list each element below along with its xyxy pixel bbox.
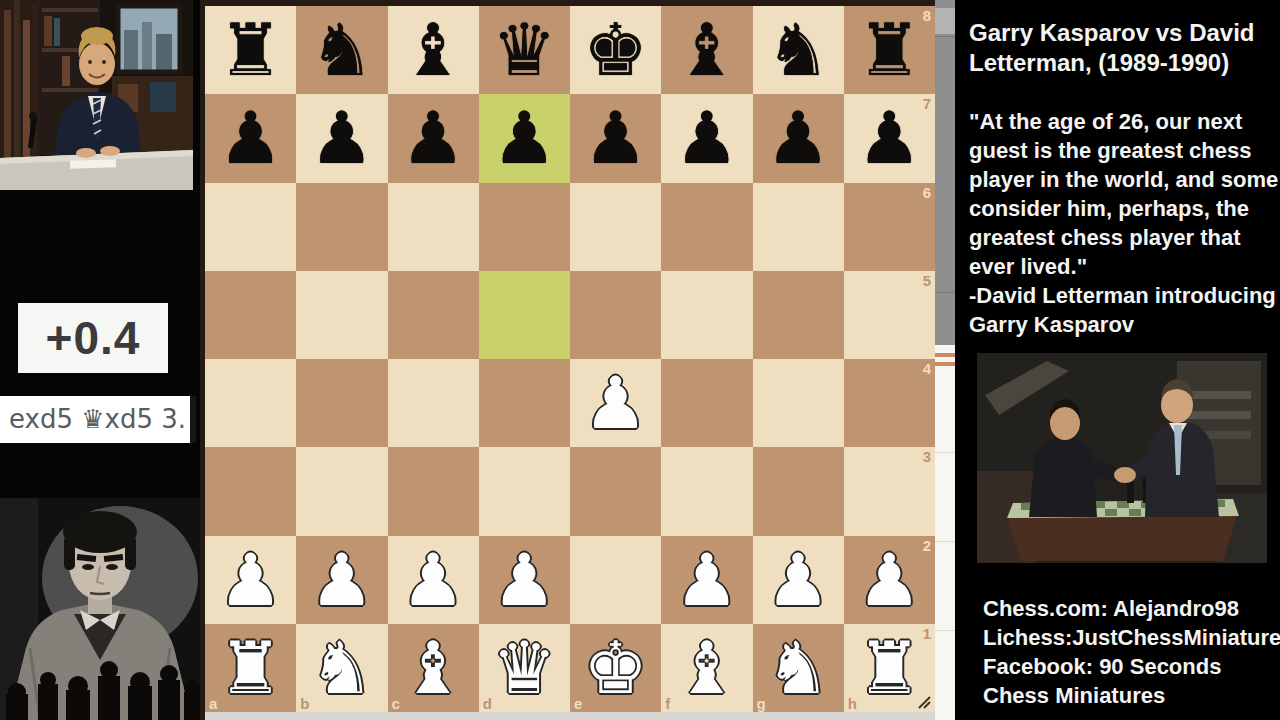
square-d8[interactable]: ♛ [479,6,570,94]
square-a8[interactable]: ♜ [205,6,296,94]
square-a2[interactable]: ♟ [205,536,296,624]
handshake-photo [977,353,1267,563]
square-e8[interactable]: ♚ [570,6,661,94]
movelist-row-line [935,452,955,453]
square-c7[interactable]: ♟ [388,94,479,182]
square-h2[interactable]: ♟2 [844,536,935,624]
square-f8[interactable]: ♝ [661,6,752,94]
square-d5[interactable] [479,271,570,359]
square-g5[interactable] [753,271,844,359]
square-g8[interactable]: ♞ [753,6,844,94]
square-a6[interactable] [205,183,296,271]
letterman-photo-art [0,0,193,190]
black-pawn-h7: ♟ [857,102,922,174]
movelist-highlight-line [935,353,955,357]
board-area: ♜♞♝♛♚♝♞♜8♟♟♟♟♟♟♟♟765♟43♟♟♟♟♟♟♟2♜a♞b♝c♛d♚… [200,0,935,720]
square-a5[interactable] [205,271,296,359]
kasparov-photo [0,498,200,720]
white-knight-g1: ♞ [766,632,831,704]
square-e5[interactable] [570,271,661,359]
black-pawn-f7: ♟ [675,102,740,174]
square-f5[interactable] [661,271,752,359]
square-d2[interactable]: ♟ [479,536,570,624]
white-knight-b1: ♞ [310,632,375,704]
file-label-b: b [300,695,309,712]
white-pawn-b2: ♟ [310,544,375,616]
square-b6[interactable] [296,183,387,271]
square-d7[interactable]: ♟ [479,94,570,182]
rank-label-7: 7 [923,95,931,112]
square-a1[interactable]: ♜a [205,624,296,712]
square-c3[interactable] [388,447,479,535]
white-pawn-d2: ♟ [492,544,557,616]
black-pawn-b7: ♟ [310,102,375,174]
black-pawn-g7: ♟ [766,102,831,174]
scrollbar-seam [935,36,955,37]
movelist-highlight-line [935,362,955,366]
black-pawn-d7: ♟ [492,102,557,174]
square-h3[interactable]: 3 [844,447,935,535]
white-pawn-c2: ♟ [401,544,466,616]
black-king-e8: ♚ [583,14,648,86]
info-panel: Garry Kasparov vs David Letterman, (1989… [955,0,1280,720]
white-pawn-g2: ♟ [766,544,831,616]
square-c4[interactable] [388,359,479,447]
match-title: Garry Kasparov vs David Letterman, (1989… [969,18,1254,78]
square-d6[interactable] [479,183,570,271]
square-e2[interactable] [570,536,661,624]
movelist-row-line [935,630,955,631]
square-b1[interactable]: ♞b [296,624,387,712]
black-pawn-a7: ♟ [218,102,283,174]
square-g7[interactable]: ♟ [753,94,844,182]
white-bishop-c1: ♝ [401,632,466,704]
square-c6[interactable] [388,183,479,271]
square-d3[interactable] [479,447,570,535]
square-g6[interactable] [753,183,844,271]
black-knight-b8: ♞ [310,14,375,86]
white-pawn-f2: ♟ [675,544,740,616]
square-e3[interactable] [570,447,661,535]
square-f2[interactable]: ♟ [661,536,752,624]
square-b4[interactable] [296,359,387,447]
handshake-photo-art [977,353,1267,563]
black-bishop-c8: ♝ [401,14,466,86]
square-h4[interactable]: 4 [844,359,935,447]
white-rook-a1: ♜ [218,632,283,704]
white-king-e1: ♚ [583,632,648,704]
board-bottom-strip [205,712,935,720]
square-f6[interactable] [661,183,752,271]
square-f7[interactable]: ♟ [661,94,752,182]
square-b3[interactable] [296,447,387,535]
square-h7[interactable]: ♟7 [844,94,935,182]
square-c1[interactable]: ♝c [388,624,479,712]
rank-label-8: 8 [923,7,931,24]
square-b8[interactable]: ♞ [296,6,387,94]
letterman-photo [0,0,193,190]
square-g4[interactable] [753,359,844,447]
black-pawn-c7: ♟ [401,102,466,174]
square-d4[interactable] [479,359,570,447]
white-rook-h1: ♜ [857,632,922,704]
file-label-g: g [757,695,766,712]
square-a3[interactable] [205,447,296,535]
square-a7[interactable]: ♟ [205,94,296,182]
square-e4[interactable]: ♟ [570,359,661,447]
movelist-scroll-area[interactable] [935,0,955,720]
square-f1[interactable]: ♝f [661,624,752,712]
rank-label-4: 4 [923,360,931,377]
rank-label-6: 6 [923,184,931,201]
square-c5[interactable] [388,271,479,359]
square-h8[interactable]: ♜8 [844,6,935,94]
black-queen-d8: ♛ [492,14,557,86]
letterman-quote: "At the age of 26, our next guest is the… [969,107,1278,339]
square-b5[interactable] [296,271,387,359]
rank-label-2: 2 [923,537,931,554]
square-e6[interactable] [570,183,661,271]
rank-label-1: 1 [923,625,931,642]
black-bishop-f8: ♝ [675,14,740,86]
resize-grip-icon [916,694,931,709]
kasparov-photo-art [0,498,200,720]
left-sidebar: +0.4 exd5 ♛xd5 3. ♘ [0,0,200,720]
white-pawn-a2: ♟ [218,544,283,616]
square-f3[interactable] [661,447,752,535]
file-label-a: a [209,695,217,712]
scrollbar-seam [935,292,955,293]
black-rook-a8: ♜ [218,14,283,86]
board-resize-handle[interactable] [916,694,931,709]
square-h6[interactable]: 6 [844,183,935,271]
white-pawn-e4: ♟ [583,367,648,439]
file-label-h: h [848,695,857,712]
square-b7[interactable]: ♟ [296,94,387,182]
square-e1[interactable]: ♚e [570,624,661,712]
scrollbar-band [935,8,955,34]
rank-label-5: 5 [923,272,931,289]
square-b2[interactable]: ♟ [296,536,387,624]
engine-eval-badge: +0.4 [18,303,168,373]
chess-board[interactable]: ♜♞♝♛♚♝♞♜8♟♟♟♟♟♟♟♟765♟43♟♟♟♟♟♟♟2♜a♞b♝c♛d♚… [205,6,935,712]
square-a4[interactable] [205,359,296,447]
file-label-f: f [665,695,670,712]
white-bishop-f1: ♝ [675,632,740,704]
white-queen-d1: ♛ [492,632,557,704]
social-credits: Chess.com: Alejandro98 Lichess:JustChess… [983,594,1280,710]
square-c8[interactable]: ♝ [388,6,479,94]
file-label-d: d [483,695,492,712]
square-c2[interactable]: ♟ [388,536,479,624]
square-g2[interactable]: ♟ [753,536,844,624]
rank-label-3: 3 [923,448,931,465]
file-label-e: e [574,695,582,712]
white-pawn-h2: ♟ [857,544,922,616]
square-d1[interactable]: ♛d [479,624,570,712]
black-knight-g8: ♞ [766,14,831,86]
black-rook-h8: ♜ [857,14,922,86]
movelist-row-line [935,541,955,542]
square-g3[interactable] [753,447,844,535]
square-e7[interactable]: ♟ [570,94,661,182]
movelist-scrollbar[interactable] [935,0,955,345]
square-f4[interactable] [661,359,752,447]
move-list-snippet[interactable]: exd5 ♛xd5 3. ♘ [0,396,196,443]
file-label-c: c [392,695,400,712]
square-h5[interactable]: 5 [844,271,935,359]
square-g1[interactable]: ♞g [753,624,844,712]
black-pawn-e7: ♟ [583,102,648,174]
